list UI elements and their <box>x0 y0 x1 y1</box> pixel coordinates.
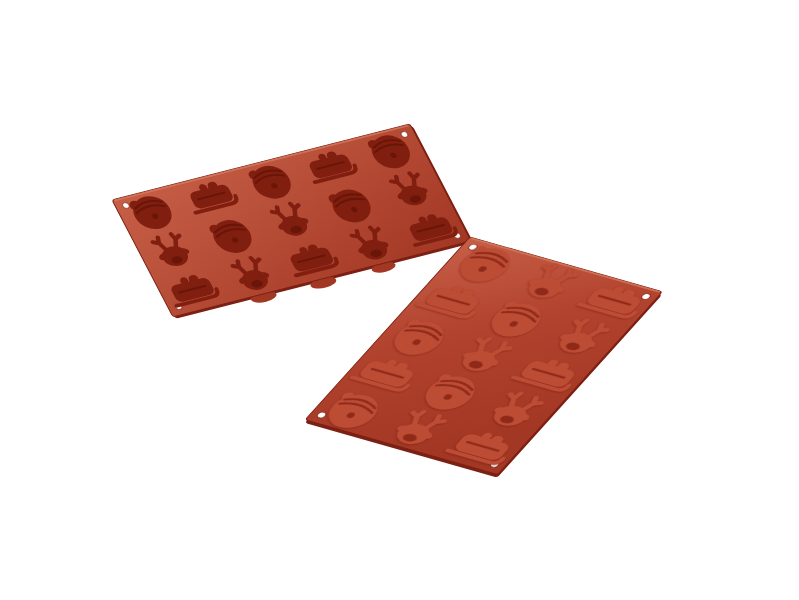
front-mould <box>303 237 664 478</box>
product-photo: Product photo on a white background: two… <box>0 0 799 600</box>
mould-scene <box>0 0 799 600</box>
